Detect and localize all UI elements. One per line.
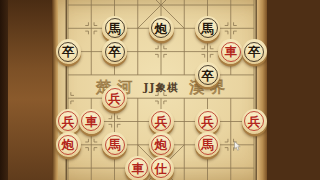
piece-red-horse[interactable]: 馬 bbox=[195, 132, 220, 157]
piece-glyph: 炮 bbox=[62, 139, 75, 152]
piece-red-chariot[interactable]: 車 bbox=[125, 156, 150, 180]
piece-red-chariot[interactable]: 車 bbox=[79, 109, 104, 134]
piece-glyph: 卒 bbox=[248, 46, 261, 59]
piece-black-soldier[interactable]: 卒 bbox=[195, 62, 220, 87]
piece-glyph: 炮 bbox=[155, 23, 168, 36]
cursor bbox=[234, 141, 242, 152]
piece-red-soldier[interactable]: 兵 bbox=[56, 109, 81, 134]
piece-glyph: 車 bbox=[132, 162, 145, 175]
piece-glyph: 卒 bbox=[62, 46, 75, 59]
piece-glyph: 車 bbox=[85, 116, 98, 129]
piece-black-soldier[interactable]: 卒 bbox=[242, 39, 267, 64]
piece-glyph: 仕 bbox=[155, 162, 168, 175]
piece-glyph: 兵 bbox=[62, 116, 75, 129]
piece-grid: 馬炮馬卒卒車卒卒兵兵車兵兵兵炮馬炮馬車仕 bbox=[56, 0, 265, 180]
piece-red-soldier[interactable]: 兵 bbox=[195, 109, 220, 134]
piece-red-horse[interactable]: 馬 bbox=[102, 132, 127, 157]
piece-black-soldier[interactable]: 卒 bbox=[102, 39, 127, 64]
piece-red-chariot[interactable]: 車 bbox=[218, 39, 243, 64]
piece-glyph: 馬 bbox=[108, 23, 121, 36]
piece-red-soldier[interactable]: 兵 bbox=[149, 109, 174, 134]
piece-glyph: 兵 bbox=[108, 92, 121, 105]
piece-red-soldier[interactable]: 兵 bbox=[102, 86, 127, 111]
piece-glyph: 卒 bbox=[108, 46, 121, 59]
piece-red-cannon[interactable]: 炮 bbox=[149, 132, 174, 157]
piece-glyph: 車 bbox=[225, 46, 238, 59]
piece-glyph: 馬 bbox=[108, 139, 121, 152]
piece-glyph: 馬 bbox=[201, 23, 214, 36]
piece-glyph: 兵 bbox=[248, 116, 261, 129]
piece-glyph: 馬 bbox=[201, 139, 214, 152]
piece-red-advisor[interactable]: 仕 bbox=[149, 156, 174, 180]
piece-glyph: 炮 bbox=[155, 139, 168, 152]
piece-glyph: 兵 bbox=[155, 116, 168, 129]
piece-glyph: 兵 bbox=[201, 116, 214, 129]
piece-black-horse[interactable]: 馬 bbox=[102, 16, 127, 41]
piece-red-cannon[interactable]: 炮 bbox=[56, 132, 81, 157]
piece-black-soldier[interactable]: 卒 bbox=[56, 39, 81, 64]
piece-black-horse[interactable]: 馬 bbox=[195, 16, 220, 41]
piece-red-soldier[interactable]: 兵 bbox=[242, 109, 267, 134]
piece-black-cannon[interactable]: 炮 bbox=[149, 16, 174, 41]
piece-glyph: 卒 bbox=[201, 69, 214, 82]
